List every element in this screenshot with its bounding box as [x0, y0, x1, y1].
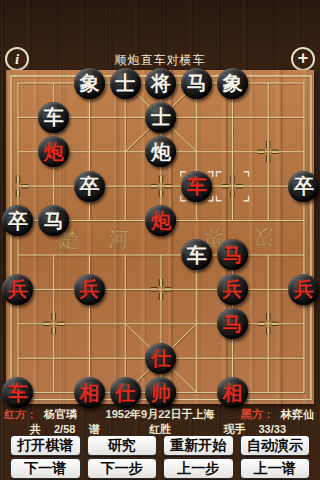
board-cell: 卒: [286, 169, 320, 203]
xiangqi-board[interactable]: 楚 河 汉 界 象士将马象车士炮卒卒卒马车炮车炮马兵兵兵兵马仕车相仕帅相: [6, 70, 314, 404]
piece-black-6-0[interactable]: 象: [217, 68, 248, 99]
piece-black-8-3[interactable]: 卒: [288, 171, 319, 202]
piece-black-5-5[interactable]: 车: [181, 239, 212, 270]
board-cell: 象: [215, 66, 251, 100]
piece-black-4-0[interactable]: 将: [145, 68, 176, 99]
board-cell: 炮: [143, 203, 179, 237]
move-counter-value: 33/33: [258, 423, 286, 435]
prev-book-button[interactable]: 上一谱: [240, 458, 311, 479]
piece-black-4-2[interactable]: 炮: [145, 136, 176, 167]
piece-red-1-2[interactable]: 炮: [38, 136, 69, 167]
piece-red-4-8[interactable]: 仕: [145, 343, 176, 374]
board-cell: 卒: [72, 169, 108, 203]
move-counter-label: 现手: [223, 423, 245, 435]
board-cell: 仕: [107, 375, 143, 409]
board-cell: 车: [36, 100, 72, 134]
piece-red-0-6[interactable]: 兵: [2, 274, 33, 305]
board-cell: 兵: [72, 272, 108, 306]
piece-red-6-5[interactable]: 马: [217, 239, 248, 270]
piece-black-2-0[interactable]: 象: [74, 68, 105, 99]
restart-button[interactable]: 重新开始: [163, 435, 234, 456]
board-cell: 象: [72, 66, 108, 100]
piece-red-8-6[interactable]: 兵: [288, 274, 319, 305]
piece-black-1-1[interactable]: 车: [38, 102, 69, 133]
board-cell: 兵: [215, 272, 251, 306]
board-cell: 士: [143, 100, 179, 134]
piece-red-2-6[interactable]: 兵: [74, 274, 105, 305]
piece-red-3-9[interactable]: 仕: [110, 377, 141, 408]
app-screen: i 顺炮直车对横车 + 楚 河 汉 界 象士将马象车士炮卒卒卒马车炮车炮马兵兵兵…: [0, 0, 320, 480]
game-info-line2: 共2/58谱 红胜 现手33/33: [0, 422, 320, 435]
board-cell: 炮: [36, 135, 72, 169]
piece-red-4-4[interactable]: 炮: [145, 205, 176, 236]
piece-black-0-4[interactable]: 卒: [2, 205, 33, 236]
piece-red-6-9[interactable]: 相: [217, 377, 248, 408]
board-cell: 炮: [143, 135, 179, 169]
study-button[interactable]: 研究: [87, 435, 158, 456]
next-book-button[interactable]: 下一谱: [10, 458, 81, 479]
pieces-grid: 象士将马象车士炮卒卒卒马车炮车炮马兵兵兵兵马仕车相仕帅相: [0, 66, 320, 410]
button-row-2: 下一谱下一步上一步上一谱: [10, 458, 310, 479]
piece-black-2-3[interactable]: 卒: [74, 171, 105, 202]
board-cell: 仕: [143, 341, 179, 375]
board-cell: 车: [179, 238, 215, 272]
board-cell: 马: [215, 238, 251, 272]
prev-move-button[interactable]: 上一步: [163, 458, 234, 479]
board-cell: 帅: [143, 375, 179, 409]
black-player-name: 林弈仙: [281, 408, 314, 420]
piece-red-6-6[interactable]: 兵: [217, 274, 248, 305]
board-cell: 马: [215, 307, 251, 341]
board-cell: 卒: [0, 203, 36, 237]
auto-demo-button[interactable]: 自动演示: [240, 435, 311, 456]
button-row-1: 打开棋谱研究重新开始自动演示: [10, 435, 310, 456]
board-cell: 将: [143, 66, 179, 100]
piece-black-3-0[interactable]: 士: [110, 68, 141, 99]
next-move-button[interactable]: 下一步: [87, 458, 158, 479]
piece-red-5-3[interactable]: 车: [181, 171, 212, 202]
board-cell: 相: [215, 375, 251, 409]
piece-red-6-7[interactable]: 马: [217, 308, 248, 339]
open-book-button[interactable]: 打开棋谱: [10, 435, 81, 456]
piece-black-4-1[interactable]: 士: [145, 102, 176, 133]
board-cell: 兵: [0, 272, 36, 306]
black-side-label: 黑方：: [241, 408, 274, 420]
board-cell: 相: [72, 375, 108, 409]
board-cell: 马: [36, 203, 72, 237]
piece-red-0-9[interactable]: 车: [2, 377, 33, 408]
piece-red-2-9[interactable]: 相: [74, 377, 105, 408]
board-cell: 车: [179, 169, 215, 203]
board-cell: 士: [107, 66, 143, 100]
board-cell: 兵: [286, 272, 320, 306]
board-cell: 车: [0, 375, 36, 409]
piece-black-1-4[interactable]: 马: [38, 205, 69, 236]
board-cell: 马: [179, 66, 215, 100]
piece-black-5-0[interactable]: 马: [181, 68, 212, 99]
piece-red-4-9[interactable]: 帅: [145, 377, 176, 408]
top-bar: i 顺炮直车对横车 +: [0, 0, 320, 70]
